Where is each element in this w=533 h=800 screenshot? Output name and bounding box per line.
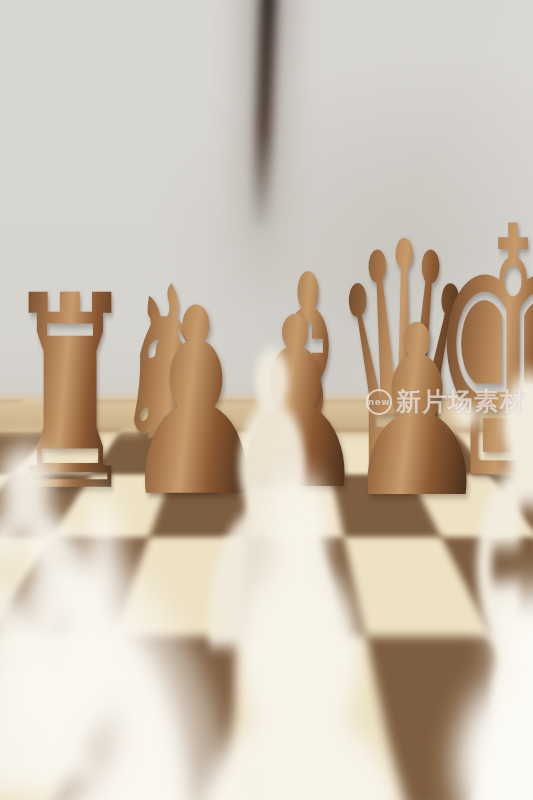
watermark: new 新片场素材 [366, 385, 526, 418]
chess-photo: ♝♞♛♚♜♟♟♟♟♝♝♟♞♟ new 新片场素材 [0, 0, 533, 800]
white-piece-right-front: ♟ [310, 514, 533, 800]
watermark-new-badge: new [366, 389, 392, 415]
watermark-text: 新片场素材 [396, 385, 526, 418]
white-piece-left-front: ♞ [0, 424, 311, 800]
